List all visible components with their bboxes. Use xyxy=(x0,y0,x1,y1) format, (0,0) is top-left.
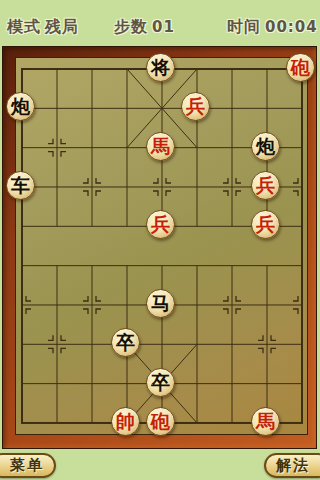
mode-value: 残局 xyxy=(45,17,79,38)
piece-red-soldier[interactable]: 兵 xyxy=(146,210,175,239)
piece-red-soldier[interactable]: 兵 xyxy=(251,171,280,200)
piece-red-horse[interactable]: 馬 xyxy=(251,407,280,436)
mode-group: 模式 残局 xyxy=(7,17,79,38)
steps-group: 步数 01 xyxy=(114,17,175,38)
time-label: 时间 xyxy=(227,17,261,38)
piece-red-general[interactable]: 帥 xyxy=(111,407,140,436)
menu-button[interactable]: 菜单 xyxy=(0,453,56,478)
time-group: 时间 00:04 xyxy=(227,17,318,38)
piece-black-general[interactable]: 将 xyxy=(146,53,175,82)
piece-black-cannon[interactable]: 炮 xyxy=(6,92,35,121)
piece-black-soldier[interactable]: 卒 xyxy=(146,368,175,397)
piece-red-soldier[interactable]: 兵 xyxy=(251,210,280,239)
piece-red-horse[interactable]: 馬 xyxy=(146,132,175,161)
piece-layer: 将砲炮兵馬炮车兵兵兵马卒卒帥砲馬 xyxy=(3,48,318,441)
piece-black-cannon[interactable]: 炮 xyxy=(251,132,280,161)
piece-black-chariot[interactable]: 车 xyxy=(6,171,35,200)
piece-black-horse[interactable]: 马 xyxy=(146,289,175,318)
steps-value: 01 xyxy=(152,18,175,36)
piece-red-cannon[interactable]: 砲 xyxy=(286,53,315,82)
piece-red-cannon[interactable]: 砲 xyxy=(146,407,175,436)
steps-label: 步数 xyxy=(114,17,148,38)
solution-button[interactable]: 解法 xyxy=(264,453,320,478)
status-bar: 模式 残局 步数 01 时间 00:04 xyxy=(0,0,320,46)
piece-red-soldier[interactable]: 兵 xyxy=(181,92,210,121)
mode-label: 模式 xyxy=(7,17,41,38)
time-value: 00:04 xyxy=(265,18,318,36)
piece-black-soldier[interactable]: 卒 xyxy=(111,328,140,357)
